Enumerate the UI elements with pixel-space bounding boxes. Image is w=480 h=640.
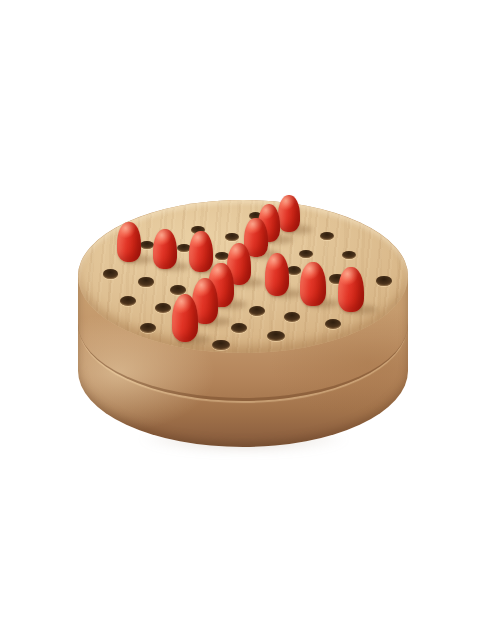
red-peg-r4c6[interactable] xyxy=(300,262,325,306)
hole-r5c6[interactable] xyxy=(284,312,301,322)
red-peg-r4c5[interactable] xyxy=(265,253,290,296)
red-peg-r4c3[interactable] xyxy=(189,231,213,272)
red-peg-r7c4[interactable] xyxy=(172,294,199,342)
hole-r5c1[interactable] xyxy=(103,269,118,278)
red-peg-r1c4[interactable] xyxy=(278,195,300,232)
hole-r1c5[interactable] xyxy=(320,232,334,240)
hole-r5c5[interactable] xyxy=(249,306,265,316)
red-peg-r4c1[interactable] xyxy=(117,222,141,262)
hole-r6c6[interactable] xyxy=(267,331,284,341)
stage xyxy=(0,0,480,640)
hole-r5c3[interactable] xyxy=(170,285,186,295)
hole-r6c2[interactable] xyxy=(120,296,136,306)
hole-r6c3[interactable] xyxy=(155,303,171,313)
red-peg-r4c2[interactable] xyxy=(153,229,177,269)
hole-r2c3[interactable] xyxy=(225,233,239,241)
hole-r3c7[interactable] xyxy=(376,276,391,285)
red-peg-r4c7[interactable] xyxy=(338,267,364,312)
hole-r7c5[interactable] xyxy=(212,340,230,351)
hole-r5c2[interactable] xyxy=(138,277,153,286)
